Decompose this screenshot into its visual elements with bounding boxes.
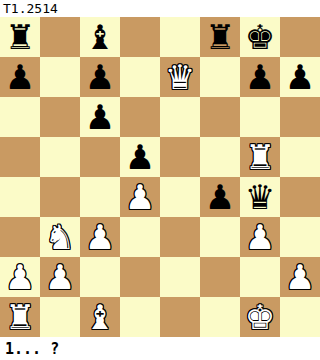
square-a3[interactable] — [0, 217, 40, 257]
square-d6[interactable] — [120, 97, 160, 137]
square-f7[interactable] — [200, 57, 240, 97]
black-pawn-icon: ♟ — [240, 57, 280, 97]
square-e3[interactable] — [160, 217, 200, 257]
black-pawn-icon: ♟ — [80, 97, 120, 137]
square-c4[interactable] — [80, 177, 120, 217]
square-e4[interactable] — [160, 177, 200, 217]
black-pawn-icon: ♟ — [120, 137, 160, 177]
square-g3[interactable]: ♟ — [240, 217, 280, 257]
square-g1[interactable]: ♚ — [240, 297, 280, 337]
square-b3[interactable]: ♞ — [40, 217, 80, 257]
square-c7[interactable]: ♟ — [80, 57, 120, 97]
square-b1[interactable] — [40, 297, 80, 337]
white-queen-icon: ♛ — [160, 57, 200, 97]
chess-board: ♜♝♜♚♟♟♛♟♟♟♟♜♟♟♛♞♟♟♟♟♟♜♝♚ — [0, 17, 320, 337]
square-f2[interactable] — [200, 257, 240, 297]
white-pawn-icon: ♟ — [0, 257, 40, 297]
square-d4[interactable]: ♟ — [120, 177, 160, 217]
white-pawn-icon: ♟ — [280, 257, 320, 297]
square-c5[interactable] — [80, 137, 120, 177]
square-h5[interactable] — [280, 137, 320, 177]
square-a8[interactable]: ♜ — [0, 17, 40, 57]
black-pawn-icon: ♟ — [80, 57, 120, 97]
square-a2[interactable]: ♟ — [0, 257, 40, 297]
square-f4[interactable]: ♟ — [200, 177, 240, 217]
white-knight-icon: ♞ — [40, 217, 80, 257]
square-f5[interactable] — [200, 137, 240, 177]
square-g2[interactable] — [240, 257, 280, 297]
square-c1[interactable]: ♝ — [80, 297, 120, 337]
status-bar: 1... ? — [0, 337, 320, 360]
black-pawn-icon: ♟ — [0, 57, 40, 97]
square-c2[interactable] — [80, 257, 120, 297]
black-rook-icon: ♜ — [200, 17, 240, 57]
square-d1[interactable] — [120, 297, 160, 337]
square-b2[interactable]: ♟ — [40, 257, 80, 297]
square-b5[interactable] — [40, 137, 80, 177]
white-pawn-icon: ♟ — [80, 217, 120, 257]
square-e6[interactable] — [160, 97, 200, 137]
square-e8[interactable] — [160, 17, 200, 57]
white-bishop-icon: ♝ — [80, 297, 120, 337]
square-d2[interactable] — [120, 257, 160, 297]
square-f1[interactable] — [200, 297, 240, 337]
square-e7[interactable]: ♛ — [160, 57, 200, 97]
square-a5[interactable] — [0, 137, 40, 177]
square-g6[interactable] — [240, 97, 280, 137]
square-b7[interactable] — [40, 57, 80, 97]
square-g4[interactable]: ♛ — [240, 177, 280, 217]
square-g5[interactable]: ♜ — [240, 137, 280, 177]
square-f8[interactable]: ♜ — [200, 17, 240, 57]
title-bar: T1.2514 — [0, 0, 320, 17]
square-f3[interactable] — [200, 217, 240, 257]
move-prompt: 1... ? — [5, 340, 59, 358]
square-a6[interactable] — [0, 97, 40, 137]
square-e1[interactable] — [160, 297, 200, 337]
square-h2[interactable]: ♟ — [280, 257, 320, 297]
black-king-icon: ♚ — [240, 17, 280, 57]
black-queen-icon: ♛ — [240, 177, 280, 217]
square-c6[interactable]: ♟ — [80, 97, 120, 137]
square-h3[interactable] — [280, 217, 320, 257]
square-b8[interactable] — [40, 17, 80, 57]
square-c3[interactable]: ♟ — [80, 217, 120, 257]
square-b4[interactable] — [40, 177, 80, 217]
white-king-icon: ♚ — [240, 297, 280, 337]
white-pawn-icon: ♟ — [120, 177, 160, 217]
square-g8[interactable]: ♚ — [240, 17, 280, 57]
black-bishop-icon: ♝ — [80, 17, 120, 57]
square-h6[interactable] — [280, 97, 320, 137]
square-f6[interactable] — [200, 97, 240, 137]
white-rook-icon: ♜ — [240, 137, 280, 177]
square-h8[interactable] — [280, 17, 320, 57]
square-g7[interactable]: ♟ — [240, 57, 280, 97]
square-c8[interactable]: ♝ — [80, 17, 120, 57]
square-h7[interactable]: ♟ — [280, 57, 320, 97]
white-pawn-icon: ♟ — [240, 217, 280, 257]
puzzle-window: T1.2514 ♜♝♜♚♟♟♛♟♟♟♟♜♟♟♛♞♟♟♟♟♟♜♝♚ 1... ? — [0, 0, 320, 360]
square-e2[interactable] — [160, 257, 200, 297]
black-rook-icon: ♜ — [0, 17, 40, 57]
square-d5[interactable]: ♟ — [120, 137, 160, 177]
white-pawn-icon: ♟ — [40, 257, 80, 297]
square-d3[interactable] — [120, 217, 160, 257]
square-a4[interactable] — [0, 177, 40, 217]
black-pawn-icon: ♟ — [280, 57, 320, 97]
square-h4[interactable] — [280, 177, 320, 217]
square-h1[interactable] — [280, 297, 320, 337]
square-a7[interactable]: ♟ — [0, 57, 40, 97]
square-a1[interactable]: ♜ — [0, 297, 40, 337]
puzzle-id: T1.2514 — [3, 1, 58, 16]
square-d7[interactable] — [120, 57, 160, 97]
square-d8[interactable] — [120, 17, 160, 57]
square-b6[interactable] — [40, 97, 80, 137]
black-pawn-icon: ♟ — [200, 177, 240, 217]
white-rook-icon: ♜ — [0, 297, 40, 337]
square-e5[interactable] — [160, 137, 200, 177]
